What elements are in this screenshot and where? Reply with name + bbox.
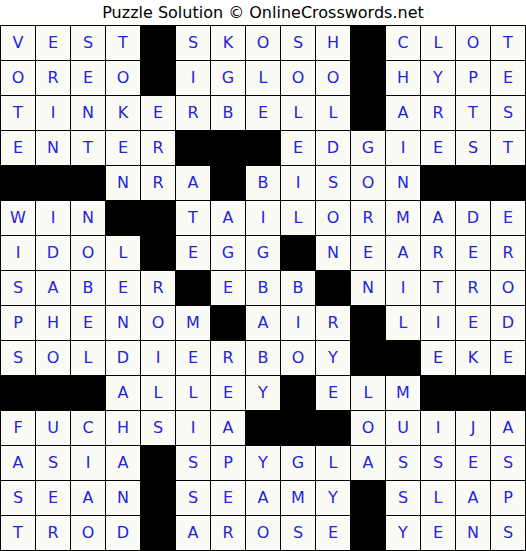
letter-cell: A: [456, 481, 491, 516]
letter-cell: E: [176, 341, 211, 376]
letter-cell: N: [106, 306, 141, 341]
letter-cell: E: [316, 376, 351, 411]
letter-cell: N: [351, 271, 386, 306]
letter-cell: N: [106, 166, 141, 201]
letter-cell: E: [491, 61, 526, 96]
letter-cell: L: [71, 341, 106, 376]
letter-cell: E: [246, 96, 281, 131]
black-cell: [71, 166, 106, 201]
black-cell: [141, 61, 176, 96]
letter-cell: A: [106, 446, 141, 481]
letter-cell: K: [211, 26, 246, 61]
letter-cell: M: [386, 201, 421, 236]
letter-cell: E: [36, 481, 71, 516]
letter-cell: E: [71, 306, 106, 341]
letter-cell: V: [1, 26, 36, 61]
letter-cell: I: [281, 306, 316, 341]
letter-cell: S: [1, 271, 36, 306]
letter-cell: S: [316, 166, 351, 201]
letter-cell: Y: [386, 516, 421, 551]
black-cell: [351, 306, 386, 341]
letter-cell: S: [281, 26, 316, 61]
letter-cell: D: [36, 236, 71, 271]
letter-cell: O: [281, 341, 316, 376]
letter-cell: R: [36, 61, 71, 96]
letter-cell: E: [71, 61, 106, 96]
letter-cell: R: [36, 516, 71, 551]
letter-cell: P: [456, 61, 491, 96]
letter-cell: S: [71, 26, 106, 61]
letter-cell: S: [176, 26, 211, 61]
letter-cell: E: [106, 131, 141, 166]
letter-cell: H: [316, 26, 351, 61]
letter-cell: N: [316, 236, 351, 271]
letter-cell: H: [386, 61, 421, 96]
letter-cell: L: [281, 96, 316, 131]
letter-cell: T: [456, 96, 491, 131]
black-cell: [316, 411, 351, 446]
letter-cell: L: [106, 236, 141, 271]
letter-cell: E: [281, 131, 316, 166]
puzzle-solution-page: Puzzle Solution © OnlineCrosswords.net V…: [0, 0, 526, 551]
letter-cell: N: [456, 516, 491, 551]
letter-cell: E: [316, 516, 351, 551]
letter-cell: J: [456, 411, 491, 446]
black-cell: [351, 481, 386, 516]
letter-cell: I: [36, 201, 71, 236]
black-cell: [1, 376, 36, 411]
black-cell: [141, 516, 176, 551]
letter-cell: L: [316, 96, 351, 131]
letter-cell: P: [1, 306, 36, 341]
black-cell: [351, 96, 386, 131]
letter-cell: F: [1, 411, 36, 446]
page-title: Puzzle Solution © OnlineCrosswords.net: [0, 0, 526, 25]
letter-cell: E: [211, 481, 246, 516]
letter-cell: T: [491, 26, 526, 61]
letter-cell: E: [421, 516, 456, 551]
letter-cell: N: [71, 201, 106, 236]
letter-cell: A: [386, 236, 421, 271]
letter-cell: C: [71, 411, 106, 446]
letter-cell: E: [456, 306, 491, 341]
letter-cell: T: [491, 131, 526, 166]
letter-cell: S: [1, 481, 36, 516]
letter-cell: L: [316, 446, 351, 481]
letter-cell: L: [421, 26, 456, 61]
letter-cell: L: [281, 201, 316, 236]
letter-cell: I: [36, 96, 71, 131]
black-cell: [421, 376, 456, 411]
black-cell: [141, 26, 176, 61]
letter-cell: O: [281, 61, 316, 96]
letter-cell: I: [176, 411, 211, 446]
letter-cell: R: [211, 516, 246, 551]
letter-cell: E: [491, 341, 526, 376]
black-cell: [491, 376, 526, 411]
black-cell: [176, 131, 211, 166]
letter-cell: R: [491, 236, 526, 271]
letter-cell: S: [491, 446, 526, 481]
letter-cell: E: [351, 236, 386, 271]
letter-cell: E: [141, 96, 176, 131]
letter-cell: A: [211, 201, 246, 236]
letter-cell: I: [281, 166, 316, 201]
letter-cell: S: [141, 411, 176, 446]
letter-cell: I: [246, 201, 281, 236]
letter-cell: B: [281, 271, 316, 306]
letter-cell: R: [176, 96, 211, 131]
black-cell: [141, 236, 176, 271]
letter-cell: S: [386, 481, 421, 516]
letter-cell: S: [491, 516, 526, 551]
letter-cell: O: [351, 411, 386, 446]
letter-cell: A: [106, 376, 141, 411]
black-cell: [176, 271, 211, 306]
letter-cell: B: [211, 96, 246, 131]
letter-cell: L: [141, 376, 176, 411]
letter-cell: E: [211, 376, 246, 411]
letter-cell: O: [351, 166, 386, 201]
letter-cell: I: [141, 341, 176, 376]
black-cell: [351, 61, 386, 96]
letter-cell: S: [456, 131, 491, 166]
letter-cell: A: [71, 481, 106, 516]
letter-cell: A: [176, 516, 211, 551]
letter-cell: A: [246, 481, 281, 516]
black-cell: [141, 481, 176, 516]
letter-cell: A: [246, 306, 281, 341]
letter-cell: B: [246, 271, 281, 306]
letter-cell: S: [491, 96, 526, 131]
letter-cell: T: [71, 131, 106, 166]
letter-cell: B: [246, 341, 281, 376]
letter-cell: I: [386, 131, 421, 166]
letter-cell: E: [1, 131, 36, 166]
letter-cell: A: [491, 411, 526, 446]
letter-cell: Y: [316, 481, 351, 516]
letter-cell: K: [106, 96, 141, 131]
letter-cell: E: [36, 26, 71, 61]
letter-cell: T: [1, 516, 36, 551]
letter-cell: N: [71, 96, 106, 131]
letter-cell: L: [176, 376, 211, 411]
letter-cell: O: [141, 306, 176, 341]
black-cell: [141, 446, 176, 481]
letter-cell: G: [281, 446, 316, 481]
black-cell: [211, 166, 246, 201]
black-cell: [386, 341, 421, 376]
black-cell: [281, 376, 316, 411]
letter-cell: P: [491, 481, 526, 516]
letter-cell: A: [421, 201, 456, 236]
letter-cell: H: [36, 306, 71, 341]
black-cell: [281, 236, 316, 271]
letter-cell: O: [456, 26, 491, 61]
black-cell: [71, 376, 106, 411]
letter-cell: M: [281, 481, 316, 516]
letter-cell: D: [106, 516, 141, 551]
letter-cell: E: [176, 236, 211, 271]
black-cell: [281, 411, 316, 446]
letter-cell: W: [1, 201, 36, 236]
letter-cell: A: [1, 446, 36, 481]
letter-cell: O: [1, 61, 36, 96]
letter-cell: A: [351, 446, 386, 481]
letter-cell: N: [386, 166, 421, 201]
letter-cell: O: [316, 201, 351, 236]
letter-cell: S: [36, 446, 71, 481]
letter-cell: A: [211, 411, 246, 446]
letter-cell: E: [106, 271, 141, 306]
black-cell: [421, 166, 456, 201]
letter-cell: I: [421, 306, 456, 341]
letter-cell: C: [386, 26, 421, 61]
letter-cell: E: [421, 131, 456, 166]
black-cell: [106, 201, 141, 236]
letter-cell: L: [421, 481, 456, 516]
black-cell: [351, 516, 386, 551]
letter-cell: Y: [421, 61, 456, 96]
letter-cell: R: [421, 236, 456, 271]
black-cell: [351, 341, 386, 376]
letter-cell: R: [456, 271, 491, 306]
black-cell: [491, 166, 526, 201]
letter-cell: U: [36, 411, 71, 446]
letter-cell: E: [211, 271, 246, 306]
letter-cell: T: [421, 271, 456, 306]
letter-cell: E: [491, 201, 526, 236]
letter-cell: O: [71, 236, 106, 271]
black-cell: [246, 411, 281, 446]
letter-cell: I: [421, 411, 456, 446]
letter-cell: I: [386, 271, 421, 306]
letter-cell: R: [141, 131, 176, 166]
letter-cell: S: [176, 446, 211, 481]
letter-cell: G: [211, 61, 246, 96]
letter-cell: O: [36, 341, 71, 376]
letter-cell: N: [106, 481, 141, 516]
letter-cell: O: [246, 26, 281, 61]
letter-cell: S: [281, 516, 316, 551]
letter-cell: B: [246, 166, 281, 201]
black-cell: [456, 376, 491, 411]
letter-cell: R: [421, 96, 456, 131]
letter-cell: Y: [246, 446, 281, 481]
letter-cell: P: [211, 446, 246, 481]
letter-cell: D: [456, 201, 491, 236]
crossword-grid: VESTSKOSHCLOTOREOIGLOOHYPETINKERBELLARTS…: [0, 25, 526, 551]
letter-cell: S: [1, 341, 36, 376]
letter-cell: T: [1, 96, 36, 131]
letter-cell: I: [71, 446, 106, 481]
letter-cell: G: [351, 131, 386, 166]
letter-cell: T: [176, 201, 211, 236]
letter-cell: A: [386, 96, 421, 131]
black-cell: [36, 166, 71, 201]
letter-cell: E: [421, 341, 456, 376]
black-cell: [141, 201, 176, 236]
letter-cell: L: [246, 61, 281, 96]
black-cell: [211, 131, 246, 166]
letter-cell: R: [211, 341, 246, 376]
letter-cell: S: [386, 446, 421, 481]
letter-cell: E: [456, 236, 491, 271]
letter-cell: A: [36, 271, 71, 306]
black-cell: [456, 166, 491, 201]
letter-cell: E: [456, 446, 491, 481]
letter-cell: B: [71, 271, 106, 306]
letter-cell: D: [316, 131, 351, 166]
letter-cell: Y: [316, 341, 351, 376]
black-cell: [351, 26, 386, 61]
letter-cell: O: [71, 516, 106, 551]
letter-cell: R: [316, 306, 351, 341]
black-cell: [36, 376, 71, 411]
letter-cell: H: [106, 411, 141, 446]
letter-cell: R: [141, 271, 176, 306]
letter-cell: N: [36, 131, 71, 166]
letter-cell: L: [386, 306, 421, 341]
letter-cell: U: [386, 411, 421, 446]
letter-cell: S: [176, 481, 211, 516]
letter-cell: G: [246, 236, 281, 271]
black-cell: [1, 166, 36, 201]
black-cell: [211, 306, 246, 341]
black-cell: [316, 271, 351, 306]
letter-cell: R: [141, 166, 176, 201]
letter-cell: K: [456, 341, 491, 376]
letter-cell: S: [421, 446, 456, 481]
letter-cell: D: [106, 341, 141, 376]
letter-cell: O: [106, 61, 141, 96]
black-cell: [246, 131, 281, 166]
letter-cell: R: [351, 201, 386, 236]
letter-cell: O: [491, 271, 526, 306]
letter-cell: I: [176, 61, 211, 96]
letter-cell: M: [386, 376, 421, 411]
letter-cell: D: [491, 306, 526, 341]
letter-cell: M: [176, 306, 211, 341]
letter-cell: G: [211, 236, 246, 271]
letter-cell: L: [351, 376, 386, 411]
letter-cell: O: [246, 516, 281, 551]
letter-cell: I: [1, 236, 36, 271]
letter-cell: A: [176, 166, 211, 201]
letter-cell: T: [106, 26, 141, 61]
letter-cell: O: [316, 61, 351, 96]
letter-cell: Y: [246, 376, 281, 411]
